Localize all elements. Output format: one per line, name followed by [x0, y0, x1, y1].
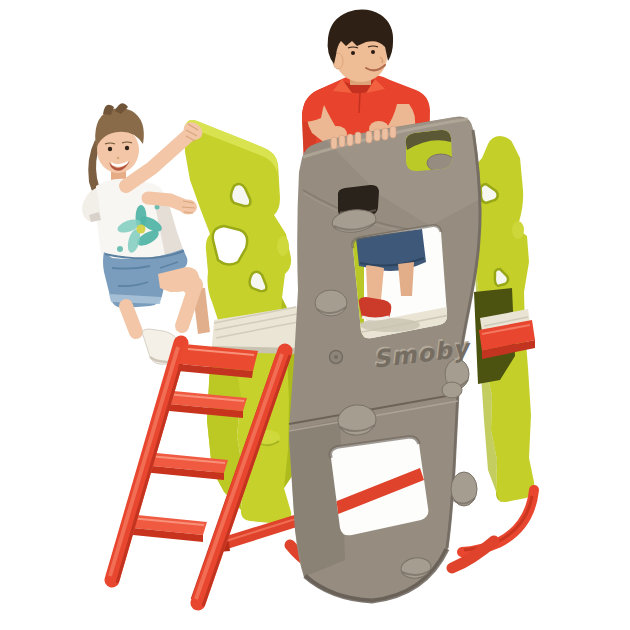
- boy-eye-left: [351, 51, 355, 55]
- playset-illustration: Smoby Smoby: [0, 0, 630, 630]
- right-panel-hold-bump: [512, 221, 524, 239]
- boy-placket: [359, 93, 360, 113]
- girl-eye-right: [125, 146, 129, 150]
- girl-eye-left: [108, 147, 112, 151]
- girl-right-shin: [182, 290, 194, 326]
- wall-top-hole: [406, 130, 455, 172]
- hold-left-edge: [315, 290, 347, 316]
- hold-bottom-right: [451, 472, 477, 506]
- girl-nose: [117, 157, 120, 160]
- boy-eye-right: [371, 50, 375, 54]
- hold-small-right: [442, 382, 462, 398]
- left-panel-hold-bump-edge: [277, 236, 289, 256]
- girl-figure: [82, 103, 210, 364]
- window-leg-shadow: [360, 318, 420, 332]
- gray-climbing-wall: Smoby Smoby: [289, 117, 481, 602]
- girl-left-leg: [126, 306, 136, 332]
- product-photo: Smoby Smoby: [0, 0, 630, 630]
